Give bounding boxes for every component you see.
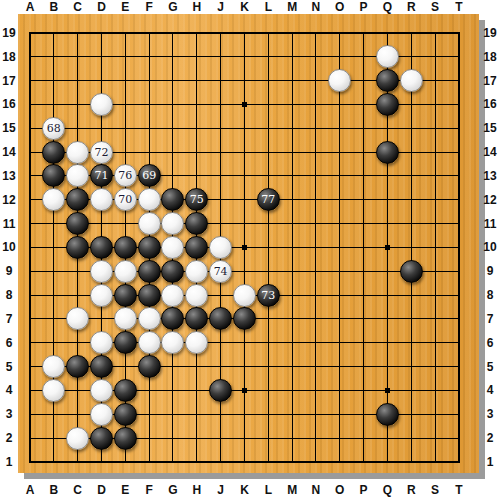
column-label-bottom: C [67, 483, 89, 497]
row-label-left: 3 [0, 407, 18, 421]
star-point [242, 245, 247, 250]
stone-black [138, 355, 161, 378]
stone-white [66, 427, 89, 450]
row-label-right: 6 [481, 336, 499, 350]
column-label-top: A [19, 0, 41, 14]
column-label-bottom: E [114, 483, 136, 497]
move-number: 77 [261, 194, 275, 205]
move-number: 72 [94, 147, 108, 158]
row-label-left: 6 [0, 336, 18, 350]
stone-black [138, 260, 161, 283]
stone-white [90, 403, 113, 426]
row-label-left: 18 [0, 50, 18, 64]
row-label-right: 12 [481, 193, 499, 207]
stone-white [138, 212, 161, 235]
stone-white [209, 236, 232, 259]
column-label-bottom: N [305, 483, 327, 497]
stone-white [185, 284, 208, 307]
stone-white [90, 93, 113, 116]
row-label-left: 2 [0, 431, 18, 445]
row-label-right: 19 [481, 26, 499, 40]
stone-black [90, 355, 113, 378]
stone-white [233, 284, 256, 307]
column-label-bottom: O [329, 483, 351, 497]
stone-black [138, 284, 161, 307]
stone-black [114, 284, 137, 307]
column-label-bottom: L [257, 483, 279, 497]
row-label-left: 16 [0, 97, 18, 111]
row-label-right: 4 [481, 383, 499, 397]
move-number: 76 [118, 170, 132, 181]
row-label-right: 13 [481, 169, 499, 183]
row-label-left: 12 [0, 193, 18, 207]
stone-white [185, 260, 208, 283]
stone-white: 70 [114, 188, 137, 211]
stone-black: 73 [257, 284, 280, 307]
column-label-bottom: D [90, 483, 112, 497]
stone-black [209, 379, 232, 402]
column-label-top: L [257, 0, 279, 14]
column-label-bottom: R [400, 483, 422, 497]
column-label-bottom: F [138, 483, 160, 497]
row-label-left: 13 [0, 169, 18, 183]
grid-line-vertical [435, 32, 436, 463]
row-label-right: 10 [481, 240, 499, 254]
stone-white [161, 284, 184, 307]
column-label-top: J [210, 0, 232, 14]
column-label-top: R [400, 0, 422, 14]
star-point [242, 388, 247, 393]
grid-line-vertical [339, 32, 340, 463]
stone-black [114, 236, 137, 259]
column-label-top: C [67, 0, 89, 14]
row-label-left: 17 [0, 74, 18, 88]
row-label-left: 11 [0, 217, 18, 231]
column-label-bottom: Q [376, 483, 398, 497]
grid-line-vertical [315, 32, 316, 463]
column-label-bottom: A [19, 483, 41, 497]
move-number: 70 [118, 194, 132, 205]
row-label-right: 8 [481, 288, 499, 302]
column-label-top: N [305, 0, 327, 14]
move-number: 73 [261, 290, 275, 301]
column-label-top: K [233, 0, 255, 14]
stone-white: 74 [209, 260, 232, 283]
column-label-top: G [162, 0, 184, 14]
column-label-top: P [353, 0, 375, 14]
stone-white [138, 188, 161, 211]
column-label-top: T [448, 0, 470, 14]
stone-black [114, 331, 137, 354]
stone-black [376, 141, 399, 164]
column-label-bottom: B [43, 483, 65, 497]
stone-black [114, 427, 137, 450]
row-label-right: 17 [481, 74, 499, 88]
stone-white: 68 [42, 117, 65, 140]
stone-black [66, 236, 89, 259]
move-number: 75 [190, 194, 204, 205]
row-label-left: 4 [0, 383, 18, 397]
stone-white [138, 331, 161, 354]
stone-black: 69 [138, 164, 161, 187]
row-label-left: 7 [0, 312, 18, 326]
stone-black [114, 403, 137, 426]
stone-black [138, 236, 161, 259]
stone-white [90, 260, 113, 283]
row-label-right: 2 [481, 431, 499, 445]
column-label-top: M [281, 0, 303, 14]
row-label-left: 19 [0, 26, 18, 40]
stone-black [90, 236, 113, 259]
column-label-top: S [424, 0, 446, 14]
move-number: 69 [142, 170, 156, 181]
row-label-left: 1 [0, 455, 18, 469]
row-label-right: 14 [481, 145, 499, 159]
column-label-bottom: H [186, 483, 208, 497]
row-label-left: 8 [0, 288, 18, 302]
stone-black [90, 427, 113, 450]
stone-black: 77 [257, 188, 280, 211]
column-label-bottom: P [353, 483, 375, 497]
row-label-left: 5 [0, 360, 18, 374]
move-number: 71 [94, 170, 108, 181]
stone-black [376, 93, 399, 116]
grid-line-vertical [292, 32, 293, 463]
stone-white [66, 141, 89, 164]
move-number: 74 [214, 266, 228, 277]
stone-white [138, 307, 161, 330]
stone-black [42, 141, 65, 164]
stone-black [376, 69, 399, 92]
row-label-right: 9 [481, 264, 499, 278]
stone-white: 72 [90, 141, 113, 164]
star-point [242, 102, 247, 107]
row-label-left: 15 [0, 121, 18, 135]
grid-line-vertical [458, 32, 460, 463]
column-label-bottom: J [210, 483, 232, 497]
row-label-right: 16 [481, 97, 499, 111]
go-diagram: 68727176697075777473AABBCCDDEEFFGGHHJJKK… [0, 0, 500, 500]
row-label-right: 15 [481, 121, 499, 135]
row-label-right: 11 [481, 217, 499, 231]
grid-line-vertical [363, 32, 364, 463]
stone-white [90, 379, 113, 402]
grid-line-vertical [411, 32, 412, 463]
column-label-bottom: G [162, 483, 184, 497]
column-label-bottom: M [281, 483, 303, 497]
row-label-right: 5 [481, 360, 499, 374]
row-label-right: 3 [481, 407, 499, 421]
stone-white [114, 260, 137, 283]
column-label-bottom: K [233, 483, 255, 497]
grid-line-vertical [268, 32, 269, 463]
row-label-left: 10 [0, 240, 18, 254]
column-label-bottom: T [448, 483, 470, 497]
column-label-top: Q [376, 0, 398, 14]
column-label-bottom: S [424, 483, 446, 497]
star-point [385, 245, 390, 250]
column-label-top: B [43, 0, 65, 14]
stone-black [114, 379, 137, 402]
stone-black [400, 260, 423, 283]
stone-white [90, 284, 113, 307]
column-label-top: H [186, 0, 208, 14]
column-label-top: D [90, 0, 112, 14]
stone-white [400, 69, 423, 92]
stone-black [376, 403, 399, 426]
row-label-right: 1 [481, 455, 499, 469]
column-label-top: E [114, 0, 136, 14]
row-label-left: 14 [0, 145, 18, 159]
column-label-top: F [138, 0, 160, 14]
grid-line-horizontal [29, 461, 460, 463]
row-label-left: 9 [0, 264, 18, 278]
row-label-right: 18 [481, 50, 499, 64]
move-number: 68 [47, 123, 61, 134]
star-point [385, 388, 390, 393]
column-label-top: O [329, 0, 351, 14]
row-label-right: 7 [481, 312, 499, 326]
